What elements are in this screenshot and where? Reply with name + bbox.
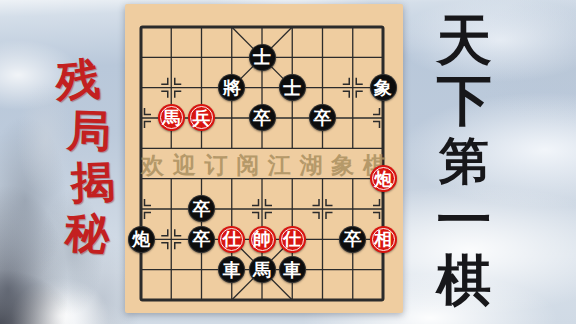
piece-glyph: 士 bbox=[283, 79, 301, 97]
river-char: 湖 bbox=[300, 150, 323, 181]
piece-glyph: 仕 bbox=[283, 230, 301, 248]
river-char: 江 bbox=[268, 150, 291, 181]
piece-glyph: 將 bbox=[223, 79, 241, 97]
river-text: 欢迎订阅江湖象棋 bbox=[141, 151, 386, 179]
piece-glyph: 車 bbox=[283, 261, 301, 279]
piece-glyph: 卒 bbox=[344, 230, 362, 248]
river-char: 象 bbox=[331, 150, 354, 181]
piece-glyph: 卒 bbox=[253, 109, 271, 127]
piece-glyph: 帥 bbox=[253, 230, 271, 248]
banner-char: 残 bbox=[54, 56, 101, 110]
banner-char: 揭 bbox=[70, 158, 116, 211]
piece-glyph: 相 bbox=[374, 230, 392, 248]
piece-glyph: 馬 bbox=[162, 109, 180, 127]
left-banner-canju-jiemi: 残局揭秘 bbox=[56, 57, 116, 261]
piece-black-f5r4[interactable]: 卒 bbox=[249, 104, 276, 131]
banner-char: 天 bbox=[437, 12, 492, 72]
right-banner-tianxia-diyi-qi: 天下第一棋 bbox=[426, 12, 502, 312]
banner-char: 秘 bbox=[64, 209, 111, 262]
piece-red-f4r8[interactable]: 仕 bbox=[218, 226, 245, 253]
piece-glyph: 象 bbox=[374, 79, 392, 97]
piece-glyph: 炮 bbox=[132, 230, 150, 248]
piece-black-f5r2[interactable]: 士 bbox=[249, 44, 276, 71]
river-char: 阅 bbox=[236, 150, 259, 181]
piece-black-f9r3[interactable]: 象 bbox=[370, 74, 397, 101]
piece-black-f8r8[interactable]: 卒 bbox=[339, 226, 366, 253]
piece-red-f9r8[interactable]: 相 bbox=[370, 226, 397, 253]
piece-red-f9r6[interactable]: 炮 bbox=[370, 165, 397, 192]
piece-glyph: 兵 bbox=[193, 109, 211, 127]
piece-red-f5r8[interactable]: 帥 bbox=[249, 226, 276, 253]
piece-black-f6r9[interactable]: 車 bbox=[279, 256, 306, 283]
banner-char: 一 bbox=[437, 192, 492, 252]
piece-black-f6r3[interactable]: 士 bbox=[279, 74, 306, 101]
xiangqi-board: 欢迎订阅江湖象棋 士將士象馬兵卒卒炮卒炮卒仕帥仕卒相車馬車 bbox=[125, 4, 403, 313]
piece-glyph: 士 bbox=[253, 48, 271, 66]
piece-glyph: 卒 bbox=[193, 200, 211, 218]
piece-red-f6r8[interactable]: 仕 bbox=[279, 226, 306, 253]
river-char: 迎 bbox=[173, 150, 196, 181]
piece-glyph: 炮 bbox=[374, 170, 392, 188]
banner-char: 下 bbox=[437, 72, 492, 132]
river-char: 欢 bbox=[141, 150, 164, 181]
banner-char: 局 bbox=[66, 107, 112, 160]
piece-glyph: 車 bbox=[223, 261, 241, 279]
piece-black-f1r8[interactable]: 炮 bbox=[128, 226, 155, 253]
piece-black-f3r8[interactable]: 卒 bbox=[188, 226, 215, 253]
piece-glyph: 仕 bbox=[223, 230, 241, 248]
banner-char: 第 bbox=[439, 132, 489, 192]
piece-glyph: 卒 bbox=[314, 109, 332, 127]
banner-char: 棋 bbox=[437, 252, 492, 312]
piece-glyph: 卒 bbox=[193, 230, 211, 248]
piece-black-f5r9[interactable]: 馬 bbox=[249, 256, 276, 283]
piece-glyph: 馬 bbox=[253, 261, 271, 279]
river-char: 订 bbox=[204, 150, 227, 181]
